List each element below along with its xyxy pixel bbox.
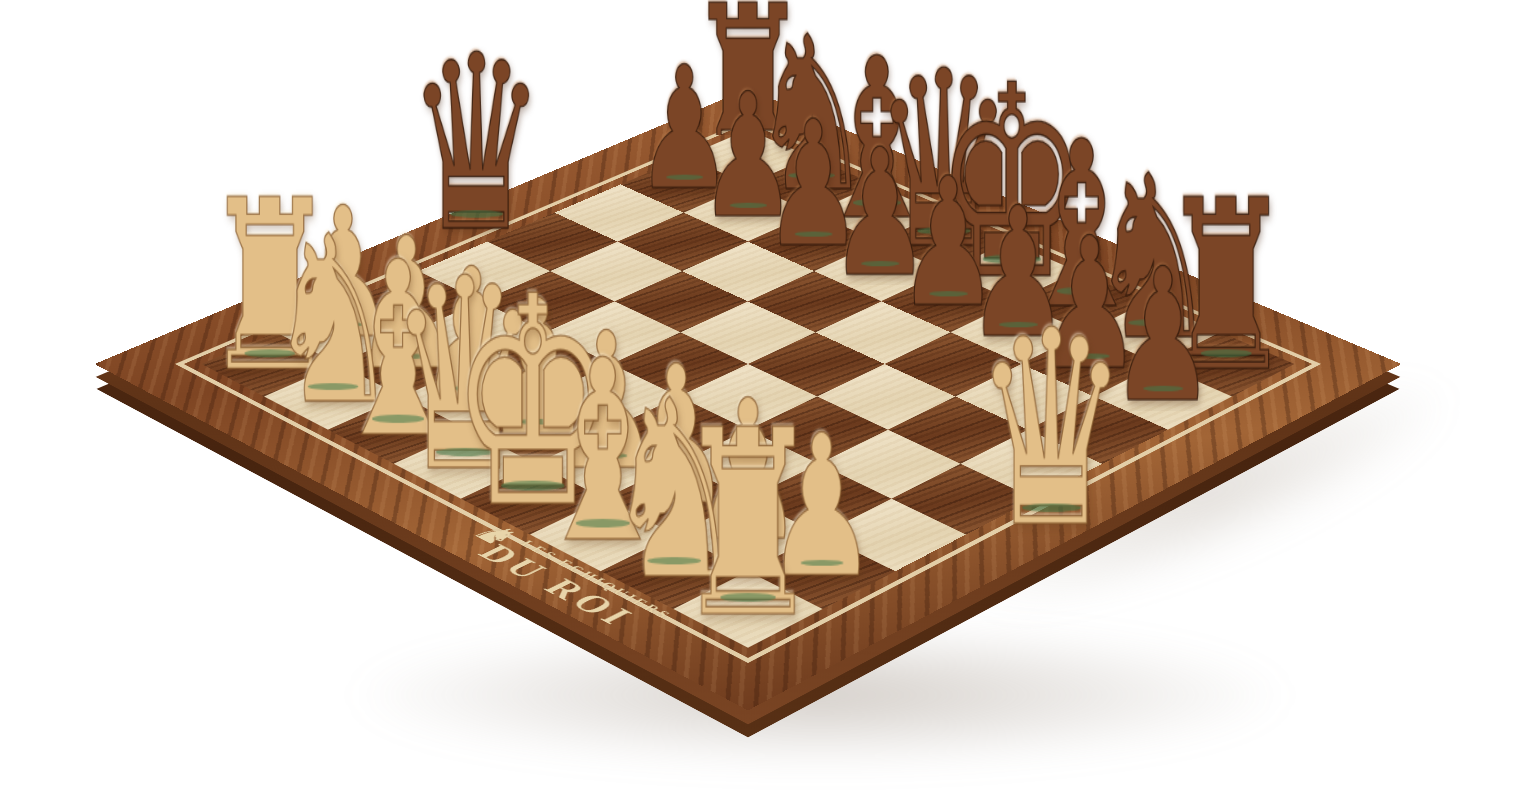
board-top-face: ♜♞♝♛♚♝♞♜♟♟♟♟♟♟♟♟♟♟♟♟♟♟♟♟♜♞♝♛♚♝♞♜ ♛ ♛ ♞ L…	[95, 89, 1402, 711]
playing-field: ♜♞♝♛♚♝♞♜♟♟♟♟♟♟♟♟♟♟♟♟♟♟♟♟♜♞♝♛♚♝♞♜	[202, 130, 1295, 648]
chess-board: ♜♞♝♛♚♝♞♜♟♟♟♟♟♟♟♟♟♟♟♟♟♟♟♟♜♞♝♛♚♝♞♜ ♛ ♛ ♞ L…	[95, 89, 1402, 711]
white-rook-glyph: ♜	[674, 396, 821, 653]
product-photo: { "game": "chess", "scene_type": "wooden…	[0, 0, 1526, 803]
